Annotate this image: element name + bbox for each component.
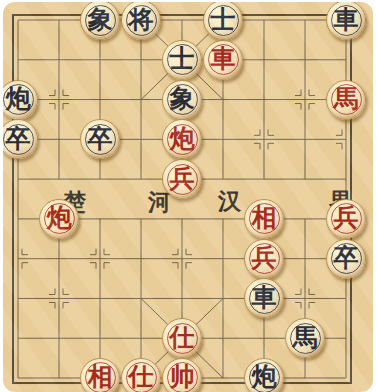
piece-black-advisor[interactable]: 士 (162, 40, 202, 80)
piece-glyph: 相 (252, 205, 277, 230)
piece-black-general[interactable]: 将 (121, 2, 161, 40)
pieces-grid: 象将士車士車炮象馬卒卒炮兵炮相兵兵卒車仕馬相仕帅炮 (3, 2, 367, 392)
piece-red-cannon[interactable]: 炮 (162, 119, 202, 159)
piece-glyph: 炮 (170, 126, 195, 151)
piece-glyph: 象 (170, 86, 195, 111)
piece-black-chariot[interactable]: 車 (326, 2, 366, 40)
piece-red-elephant[interactable]: 相 (80, 358, 120, 392)
piece-glyph: 相 (88, 364, 113, 389)
piece-black-soldier[interactable]: 卒 (326, 239, 366, 279)
piece-black-advisor[interactable]: 士 (203, 2, 243, 40)
piece-black-horse[interactable]: 馬 (285, 318, 325, 358)
piece-glyph: 士 (170, 46, 195, 71)
piece-red-soldier[interactable]: 兵 (162, 159, 202, 199)
piece-glyph: 象 (88, 7, 113, 32)
piece-black-cannon[interactable]: 炮 (3, 80, 38, 120)
piece-glyph: 士 (211, 7, 236, 32)
piece-glyph: 車 (334, 7, 359, 32)
piece-red-advisor[interactable]: 仕 (121, 358, 161, 392)
piece-red-elephant[interactable]: 相 (244, 199, 284, 239)
piece-black-chariot[interactable]: 車 (244, 278, 284, 318)
piece-glyph: 仕 (170, 325, 195, 350)
piece-black-cannon[interactable]: 炮 (244, 358, 284, 392)
piece-glyph: 炮 (47, 205, 72, 230)
xiangqi-app-screenshot: 楚 河 汉 界 象将士車士車炮象馬卒卒炮兵炮相兵兵卒車仕馬相仕帅炮 (0, 0, 377, 392)
piece-glyph: 将 (129, 7, 154, 32)
piece-red-king[interactable]: 帅 (162, 358, 202, 392)
piece-red-chariot[interactable]: 車 (203, 40, 243, 80)
piece-glyph: 帅 (170, 364, 195, 389)
piece-red-cannon[interactable]: 炮 (39, 199, 79, 239)
piece-glyph: 炮 (252, 364, 277, 389)
piece-glyph: 車 (252, 285, 277, 310)
piece-glyph: 兵 (170, 166, 195, 191)
piece-red-advisor[interactable]: 仕 (162, 318, 202, 358)
piece-glyph: 炮 (6, 86, 31, 111)
piece-red-horse[interactable]: 馬 (326, 80, 366, 120)
piece-glyph: 車 (211, 46, 236, 71)
piece-glyph: 馬 (293, 325, 318, 350)
piece-red-soldier[interactable]: 兵 (326, 199, 366, 239)
xiangqi-board: 楚 河 汉 界 象将士車士車炮象馬卒卒炮兵炮相兵兵卒車仕馬相仕帅炮 (3, 2, 373, 392)
piece-black-soldier[interactable]: 卒 (80, 119, 120, 159)
piece-glyph: 馬 (334, 86, 359, 111)
piece-black-soldier[interactable]: 卒 (3, 119, 38, 159)
piece-black-elephant[interactable]: 象 (80, 2, 120, 40)
piece-glyph: 卒 (334, 245, 359, 270)
piece-black-elephant[interactable]: 象 (162, 80, 202, 120)
piece-glyph: 仕 (129, 364, 154, 389)
piece-glyph: 兵 (334, 205, 359, 230)
piece-glyph: 兵 (252, 245, 277, 270)
piece-glyph: 卒 (6, 126, 31, 151)
piece-glyph: 卒 (88, 126, 113, 151)
piece-red-soldier[interactable]: 兵 (244, 239, 284, 279)
